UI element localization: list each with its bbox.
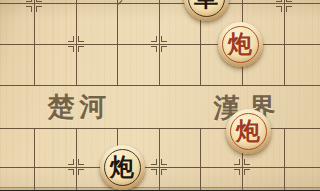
point-marker-corner — [68, 169, 74, 175]
point-marker-corner — [286, 0, 292, 2]
piece-glyph: 炮 — [110, 155, 134, 180]
point-marker-corner — [78, 46, 84, 52]
point-marker-corner — [161, 169, 167, 175]
piece-glyph: 炮 — [228, 32, 252, 57]
point-marker-corner — [151, 36, 157, 42]
xiangqi-screenshot: 楚河漢界車炮炮炮 — [0, 0, 320, 190]
point-marker-corner — [161, 159, 167, 165]
point-marker-corner — [161, 36, 167, 42]
point-marker-corner — [68, 36, 74, 42]
point-marker-corner — [78, 36, 84, 42]
point-marker — [68, 159, 84, 175]
grid-line-vertical — [34, 128, 35, 191]
grid-line-vertical — [200, 128, 201, 191]
point-marker-corner — [68, 159, 74, 165]
grid-line-vertical — [284, 128, 285, 191]
point-marker — [26, 0, 42, 12]
point-marker-corner — [36, 6, 42, 12]
point-marker-corner — [36, 0, 42, 2]
piece-black-chariot[interactable]: 車 — [184, 0, 229, 21]
point-marker-corner — [151, 159, 157, 165]
point-marker — [276, 0, 292, 12]
point-marker-corner — [234, 159, 240, 165]
point-marker-corner — [151, 169, 157, 175]
point-marker-corner — [276, 0, 282, 2]
piece-red-cannon[interactable]: 炮 — [218, 22, 263, 67]
piece-black-cannon[interactable]: 炮 — [100, 145, 145, 190]
point-marker-corner — [68, 46, 74, 52]
point-marker — [151, 159, 167, 175]
point-marker-corner — [244, 169, 250, 175]
point-marker — [234, 159, 250, 175]
piece-glyph: 炮 — [236, 119, 260, 144]
point-marker — [68, 36, 84, 52]
point-marker-corner — [161, 46, 167, 52]
point-marker-corner — [78, 159, 84, 165]
point-marker-corner — [276, 6, 282, 12]
point-marker-corner — [151, 46, 157, 52]
board-bottom-shade — [0, 188, 320, 190]
piece-red-cannon[interactable]: 炮 — [226, 109, 271, 154]
point-marker-corner — [286, 6, 292, 12]
xiangqi-board[interactable]: 楚河漢界車炮炮炮 — [0, 0, 320, 190]
grid-line-horizontal — [0, 3, 320, 4]
river-label: 楚 — [47, 93, 75, 121]
piece-glyph: 車 — [194, 0, 218, 11]
grid-line-horizontal — [0, 128, 320, 129]
point-marker-corner — [26, 6, 32, 12]
point-marker-corner — [234, 169, 240, 175]
point-marker-corner — [244, 159, 250, 165]
point-marker — [151, 36, 167, 52]
river-label: 河 — [79, 93, 107, 121]
grid-line-horizontal — [0, 85, 320, 86]
point-marker-corner — [78, 169, 84, 175]
point-marker-corner — [26, 0, 32, 2]
